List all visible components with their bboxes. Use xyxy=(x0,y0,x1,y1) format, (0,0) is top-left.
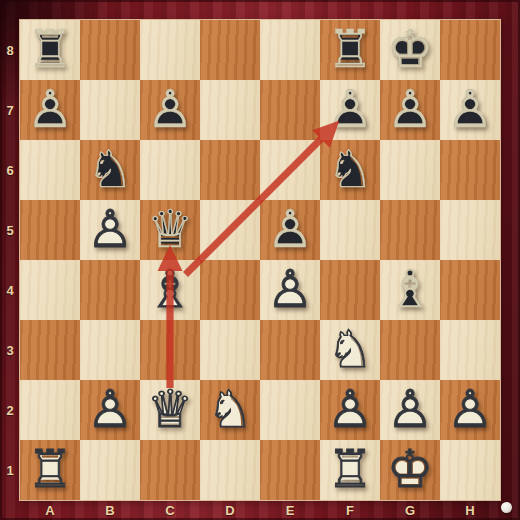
piece-black-knight[interactable]: ♞♘ xyxy=(320,140,380,200)
pawn-glyph-outline: ♙ xyxy=(260,200,320,260)
square-f2[interactable]: ♟♙ xyxy=(320,380,380,440)
knight-glyph-outline: ♘ xyxy=(200,380,260,440)
square-d5[interactable] xyxy=(200,200,260,260)
piece-black-pawn[interactable]: ♟♙ xyxy=(380,80,440,140)
piece-black-bishop[interactable]: ♝♗ xyxy=(380,260,440,320)
square-h2[interactable]: ♟♙ xyxy=(440,380,500,440)
piece-black-rook[interactable]: ♜♖ xyxy=(320,20,380,80)
square-g3[interactable] xyxy=(380,320,440,380)
square-c1[interactable] xyxy=(140,440,200,500)
piece-black-pawn[interactable]: ♟♙ xyxy=(140,80,200,140)
rank-label-6: 6 xyxy=(0,140,20,200)
square-b8[interactable] xyxy=(80,20,140,80)
square-h7[interactable]: ♟♙ xyxy=(440,80,500,140)
rank-label-1: 1 xyxy=(0,440,20,500)
bishop-glyph-outline: ♗ xyxy=(380,260,440,320)
square-b7[interactable] xyxy=(80,80,140,140)
pawn-glyph-outline: ♙ xyxy=(440,380,500,440)
file-label-h: H xyxy=(440,500,500,520)
square-f7[interactable]: ♟♙ xyxy=(320,80,380,140)
side-to-move-indicator xyxy=(501,502,512,513)
square-e4[interactable]: ♟♙ xyxy=(260,260,320,320)
square-f1[interactable]: ♜♖ xyxy=(320,440,380,500)
square-a3[interactable] xyxy=(20,320,80,380)
square-d4[interactable] xyxy=(200,260,260,320)
file-label-g: G xyxy=(380,500,440,520)
square-h3[interactable] xyxy=(440,320,500,380)
piece-white-pawn[interactable]: ♟♙ xyxy=(80,200,140,260)
square-g8[interactable]: ♚♔ xyxy=(380,20,440,80)
rank-labels-column: 87654321 xyxy=(0,20,20,500)
pawn-glyph-outline: ♙ xyxy=(20,80,80,140)
square-d8[interactable] xyxy=(200,20,260,80)
square-g5[interactable] xyxy=(380,200,440,260)
rank-label-3: 3 xyxy=(0,320,20,380)
piece-black-pawn[interactable]: ♟♙ xyxy=(20,80,80,140)
piece-black-pawn[interactable]: ♟♙ xyxy=(440,80,500,140)
square-f8[interactable]: ♜♖ xyxy=(320,20,380,80)
square-a6[interactable] xyxy=(20,140,80,200)
knight-glyph-outline: ♘ xyxy=(320,140,380,200)
square-b4[interactable] xyxy=(80,260,140,320)
square-g4[interactable]: ♝♗ xyxy=(380,260,440,320)
piece-black-pawn[interactable]: ♟♙ xyxy=(320,80,380,140)
square-g6[interactable] xyxy=(380,140,440,200)
square-c3[interactable] xyxy=(140,320,200,380)
rook-glyph-outline: ♖ xyxy=(20,440,80,500)
pawn-glyph-outline: ♙ xyxy=(320,80,380,140)
square-a2[interactable] xyxy=(20,380,80,440)
square-c5[interactable]: ♛♕ xyxy=(140,200,200,260)
square-d2[interactable]: ♞♘ xyxy=(200,380,260,440)
pawn-glyph-outline: ♙ xyxy=(260,260,320,320)
square-d1[interactable] xyxy=(200,440,260,500)
square-f6[interactable]: ♞♘ xyxy=(320,140,380,200)
pawn-glyph-outline: ♙ xyxy=(320,380,380,440)
king-glyph-outline: ♔ xyxy=(380,20,440,80)
square-d6[interactable] xyxy=(200,140,260,200)
square-h6[interactable] xyxy=(440,140,500,200)
piece-white-pawn[interactable]: ♟♙ xyxy=(320,380,380,440)
file-label-d: D xyxy=(200,500,260,520)
rank-label-8: 8 xyxy=(0,20,20,80)
square-h8[interactable] xyxy=(440,20,500,80)
square-g2[interactable]: ♟♙ xyxy=(380,380,440,440)
rank-label-4: 4 xyxy=(0,260,20,320)
square-b5[interactable]: ♟♙ xyxy=(80,200,140,260)
square-h1[interactable] xyxy=(440,440,500,500)
queen-glyph-outline: ♕ xyxy=(140,200,200,260)
piece-white-pawn[interactable]: ♟♙ xyxy=(440,380,500,440)
piece-black-queen[interactable]: ♛♕ xyxy=(140,200,200,260)
square-e1[interactable] xyxy=(260,440,320,500)
piece-white-queen[interactable]: ♛♕ xyxy=(140,380,200,440)
knight-glyph-outline: ♘ xyxy=(320,320,380,380)
chess-board-frame: 87654321 ♜♖♜♖♚♔♟♙♟♙♟♙♟♙♟♙♞♘♞♘♟♙♛♕♟♙♝♗♟♙♝… xyxy=(0,0,520,520)
square-c2[interactable]: ♛♕ xyxy=(140,380,200,440)
pawn-glyph-outline: ♙ xyxy=(80,200,140,260)
square-d3[interactable] xyxy=(200,320,260,380)
piece-black-pawn[interactable]: ♟♙ xyxy=(260,200,320,260)
square-a5[interactable] xyxy=(20,200,80,260)
king-glyph-outline: ♔ xyxy=(380,440,440,500)
rank-label-5: 5 xyxy=(0,200,20,260)
square-e5[interactable]: ♟♙ xyxy=(260,200,320,260)
square-a7[interactable]: ♟♙ xyxy=(20,80,80,140)
pawn-glyph-outline: ♙ xyxy=(80,380,140,440)
square-b2[interactable]: ♟♙ xyxy=(80,380,140,440)
piece-white-knight[interactable]: ♞♘ xyxy=(320,320,380,380)
square-a4[interactable] xyxy=(20,260,80,320)
square-a1[interactable]: ♜♖ xyxy=(20,440,80,500)
square-g1[interactable]: ♚♔ xyxy=(380,440,440,500)
piece-black-knight[interactable]: ♞♘ xyxy=(80,140,140,200)
piece-white-king[interactable]: ♚♔ xyxy=(380,440,440,500)
piece-white-rook[interactable]: ♜♖ xyxy=(320,440,380,500)
square-e3[interactable] xyxy=(260,320,320,380)
square-a8[interactable]: ♜♖ xyxy=(20,20,80,80)
knight-glyph-outline: ♘ xyxy=(80,140,140,200)
square-c7[interactable]: ♟♙ xyxy=(140,80,200,140)
piece-white-bishop[interactable]: ♝♗ xyxy=(140,260,200,320)
piece-black-rook[interactable]: ♜♖ xyxy=(20,20,80,80)
file-label-a: A xyxy=(20,500,80,520)
pawn-glyph-outline: ♙ xyxy=(440,80,500,140)
square-d7[interactable] xyxy=(200,80,260,140)
square-e7[interactable] xyxy=(260,80,320,140)
rook-glyph-outline: ♖ xyxy=(320,20,380,80)
piece-white-pawn[interactable]: ♟♙ xyxy=(260,260,320,320)
rook-glyph-outline: ♖ xyxy=(320,440,380,500)
file-labels-row: ABCDEFGH xyxy=(20,500,500,520)
pawn-glyph-outline: ♙ xyxy=(140,80,200,140)
piece-white-knight[interactable]: ♞♘ xyxy=(200,380,260,440)
queen-glyph-outline: ♕ xyxy=(140,380,200,440)
square-f5[interactable] xyxy=(320,200,380,260)
square-e2[interactable] xyxy=(260,380,320,440)
rank-label-7: 7 xyxy=(0,80,20,140)
square-c6[interactable] xyxy=(140,140,200,200)
square-c4[interactable]: ♝♗ xyxy=(140,260,200,320)
square-e8[interactable] xyxy=(260,20,320,80)
square-h5[interactable] xyxy=(440,200,500,260)
piece-white-rook[interactable]: ♜♖ xyxy=(20,440,80,500)
rank-label-2: 2 xyxy=(0,380,20,440)
file-label-f: F xyxy=(320,500,380,520)
piece-white-pawn[interactable]: ♟♙ xyxy=(380,380,440,440)
pawn-glyph-outline: ♙ xyxy=(380,380,440,440)
pawn-glyph-outline: ♙ xyxy=(380,80,440,140)
file-label-c: C xyxy=(140,500,200,520)
square-b3[interactable] xyxy=(80,320,140,380)
square-f4[interactable] xyxy=(320,260,380,320)
square-f3[interactable]: ♞♘ xyxy=(320,320,380,380)
square-h4[interactable] xyxy=(440,260,500,320)
file-label-e: E xyxy=(260,500,320,520)
square-c8[interactable] xyxy=(140,20,200,80)
square-g7[interactable]: ♟♙ xyxy=(380,80,440,140)
square-b1[interactable] xyxy=(80,440,140,500)
bishop-glyph-outline: ♗ xyxy=(140,260,200,320)
chess-board: ♜♖♜♖♚♔♟♙♟♙♟♙♟♙♟♙♞♘♞♘♟♙♛♕♟♙♝♗♟♙♝♗♞♘♟♙♛♕♞♘… xyxy=(20,20,500,500)
rook-glyph-outline: ♖ xyxy=(20,20,80,80)
piece-white-pawn[interactable]: ♟♙ xyxy=(80,380,140,440)
square-b6[interactable]: ♞♘ xyxy=(80,140,140,200)
piece-black-king[interactable]: ♚♔ xyxy=(380,20,440,80)
file-label-b: B xyxy=(80,500,140,520)
square-e6[interactable] xyxy=(260,140,320,200)
